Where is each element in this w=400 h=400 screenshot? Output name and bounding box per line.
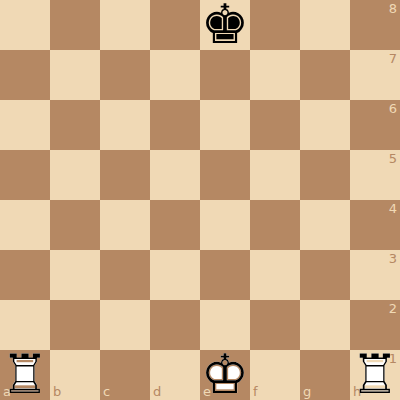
square-c3[interactable] — [100, 250, 150, 300]
square-d6[interactable] — [150, 100, 200, 150]
square-h2[interactable]: 2 — [350, 300, 400, 350]
file-label-d: d — [153, 385, 161, 398]
square-g2[interactable] — [300, 300, 350, 350]
square-d4[interactable] — [150, 200, 200, 250]
square-f2[interactable] — [250, 300, 300, 350]
square-a5[interactable] — [0, 150, 50, 200]
white-rook-outline: ♖ — [0, 350, 50, 400]
white-rook-outline: ♖ — [350, 350, 400, 400]
square-g4[interactable] — [300, 200, 350, 250]
rank-label-8: 8 — [389, 2, 397, 15]
square-b6[interactable] — [50, 100, 100, 150]
square-g5[interactable] — [300, 150, 350, 200]
square-b5[interactable] — [50, 150, 100, 200]
square-d8[interactable] — [150, 0, 200, 50]
square-a4[interactable] — [0, 200, 50, 250]
square-e6[interactable] — [200, 100, 250, 150]
square-h8[interactable]: 8 — [350, 0, 400, 50]
square-h6[interactable]: 6 — [350, 100, 400, 150]
square-e1[interactable]: e♚♔ — [200, 350, 250, 400]
square-f1[interactable]: f — [250, 350, 300, 400]
white-king-outline: ♔ — [200, 350, 250, 400]
square-h3[interactable]: 3 — [350, 250, 400, 300]
square-g7[interactable] — [300, 50, 350, 100]
square-f3[interactable] — [250, 250, 300, 300]
square-h1[interactable]: h1♜♖ — [350, 350, 400, 400]
square-c5[interactable] — [100, 150, 150, 200]
square-f6[interactable] — [250, 100, 300, 150]
square-e8[interactable]: ♚ — [200, 0, 250, 50]
square-b2[interactable] — [50, 300, 100, 350]
file-label-b: b — [53, 385, 61, 398]
square-d5[interactable] — [150, 150, 200, 200]
square-f8[interactable] — [250, 0, 300, 50]
white-rook[interactable]: ♜♖ — [0, 350, 50, 400]
square-b3[interactable] — [50, 250, 100, 300]
square-g6[interactable] — [300, 100, 350, 150]
square-a1[interactable]: a♜♖ — [0, 350, 50, 400]
white-rook-glyph: ♜ — [350, 350, 400, 400]
square-a2[interactable] — [0, 300, 50, 350]
square-e5[interactable] — [200, 150, 250, 200]
file-label-f: f — [253, 385, 258, 398]
square-b1[interactable]: b — [50, 350, 100, 400]
chess-board: ♚8765432a♜♖bcde♚♔fgh1♜♖ — [0, 0, 400, 400]
square-g3[interactable] — [300, 250, 350, 300]
square-e2[interactable] — [200, 300, 250, 350]
square-h5[interactable]: 5 — [350, 150, 400, 200]
square-a8[interactable] — [0, 0, 50, 50]
square-e7[interactable] — [200, 50, 250, 100]
square-b8[interactable] — [50, 0, 100, 50]
square-a7[interactable] — [0, 50, 50, 100]
square-e3[interactable] — [200, 250, 250, 300]
white-king-glyph: ♚ — [200, 350, 250, 400]
rank-label-7: 7 — [389, 52, 397, 65]
square-d1[interactable]: d — [150, 350, 200, 400]
square-h4[interactable]: 4 — [350, 200, 400, 250]
square-a3[interactable] — [0, 250, 50, 300]
square-e4[interactable] — [200, 200, 250, 250]
square-g1[interactable]: g — [300, 350, 350, 400]
square-c2[interactable] — [100, 300, 150, 350]
rank-label-5: 5 — [389, 152, 397, 165]
square-d7[interactable] — [150, 50, 200, 100]
square-f7[interactable] — [250, 50, 300, 100]
square-c6[interactable] — [100, 100, 150, 150]
white-king[interactable]: ♚♔ — [200, 350, 250, 400]
white-rook-glyph: ♜ — [0, 350, 50, 400]
square-f5[interactable] — [250, 150, 300, 200]
square-b7[interactable] — [50, 50, 100, 100]
file-label-c: c — [103, 385, 110, 398]
square-h7[interactable]: 7 — [350, 50, 400, 100]
rank-label-3: 3 — [389, 252, 397, 265]
rank-label-2: 2 — [389, 302, 397, 315]
black-king[interactable]: ♚ — [200, 0, 250, 50]
rank-label-6: 6 — [389, 102, 397, 115]
square-d2[interactable] — [150, 300, 200, 350]
square-c7[interactable] — [100, 50, 150, 100]
rank-label-4: 4 — [389, 202, 397, 215]
white-rook[interactable]: ♜♖ — [350, 350, 400, 400]
square-c8[interactable] — [100, 0, 150, 50]
file-label-g: g — [303, 385, 311, 398]
square-d3[interactable] — [150, 250, 200, 300]
square-c4[interactable] — [100, 200, 150, 250]
square-g8[interactable] — [300, 0, 350, 50]
square-c1[interactable]: c — [100, 350, 150, 400]
square-b4[interactable] — [50, 200, 100, 250]
square-f4[interactable] — [250, 200, 300, 250]
black-king-glyph: ♚ — [200, 0, 250, 50]
square-a6[interactable] — [0, 100, 50, 150]
